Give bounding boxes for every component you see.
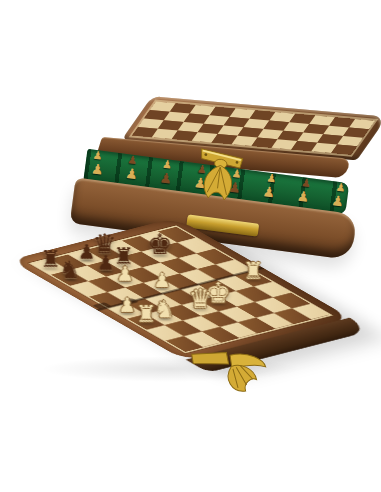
black-king-glyph: ♚ xyxy=(147,231,172,259)
brass-clasp-icon xyxy=(187,141,251,210)
stored-piece: ♟ xyxy=(124,166,138,182)
black-knight-glyph: ♞ xyxy=(59,258,81,282)
stored-piece: ♟ xyxy=(90,161,104,177)
lid-checker-cell xyxy=(331,145,357,155)
white-pawn-glyph: ♟ xyxy=(118,295,136,315)
white-pawn-glyph: ♟ xyxy=(116,264,134,284)
black-rook-glyph: ♜ xyxy=(40,248,61,271)
stored-piece: ♟ xyxy=(262,184,276,200)
open-chessboard: ♜♟♛♞♟♜♚♟♟♟♜♜♞♛♚ xyxy=(0,210,381,492)
white-rook-glyph: ♜ xyxy=(243,260,264,283)
white-pawn-glyph: ♟ xyxy=(153,270,171,290)
black-pawn-glyph: ♟ xyxy=(97,253,115,273)
stored-piece: ♟ xyxy=(330,193,344,209)
stored-piece: ♟ xyxy=(296,189,310,205)
product-photo: ♟♟♟♟♟♟♟♟ ♟♟♟♟♟♟♟♟ ♜♟♛♞♟♜♚♟♟♟♜♜♞♛♚ xyxy=(0,0,381,492)
board-surface: ♜♟♛♞♟♜♚♟♟♟♜♜♞♛♚ xyxy=(10,218,351,361)
white-queen-glyph: ♛ xyxy=(188,285,212,312)
stored-piece: ♟ xyxy=(159,170,173,186)
white-rook-glyph: ♜ xyxy=(136,303,157,326)
